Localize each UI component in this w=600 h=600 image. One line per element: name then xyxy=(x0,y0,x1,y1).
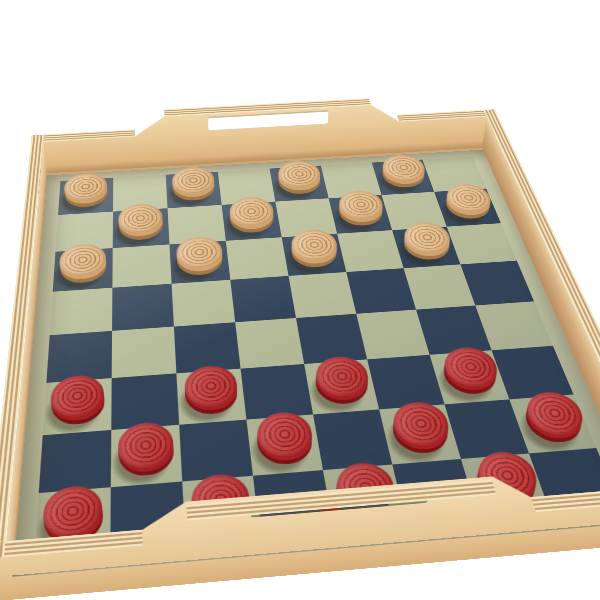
checker-red-c3[interactable] xyxy=(184,374,239,418)
square-c8[interactable] xyxy=(166,172,222,209)
checker-red-a3[interactable] xyxy=(50,384,104,429)
square-b6[interactable] xyxy=(112,244,171,287)
square-c6[interactable] xyxy=(169,241,230,284)
square-h8[interactable] xyxy=(422,157,486,192)
square-c7[interactable] xyxy=(168,205,226,245)
square-a6[interactable] xyxy=(53,248,113,292)
square-h6[interactable] xyxy=(447,223,517,264)
checker-red-g3[interactable] xyxy=(438,356,501,399)
checkers-tray xyxy=(13,148,600,577)
square-e7[interactable] xyxy=(275,198,337,237)
square-b7[interactable] xyxy=(113,208,170,248)
checker-red-f2[interactable] xyxy=(388,410,452,457)
checker-red-h2[interactable] xyxy=(518,400,586,446)
product-scene xyxy=(0,0,600,600)
square-e8[interactable] xyxy=(270,166,329,202)
square-h7[interactable] xyxy=(434,189,501,227)
checker-red-d2[interactable] xyxy=(254,421,314,469)
square-d6[interactable] xyxy=(226,237,289,280)
checker-red-e3[interactable] xyxy=(312,365,371,408)
square-d8[interactable] xyxy=(218,169,276,205)
checker-red-b2[interactable] xyxy=(118,431,174,480)
square-b8[interactable] xyxy=(113,175,168,212)
square-a8[interactable] xyxy=(58,178,113,215)
square-a7[interactable] xyxy=(55,212,113,252)
back-handle-slot xyxy=(208,110,328,131)
square-e6[interactable] xyxy=(282,234,347,276)
square-d7[interactable] xyxy=(222,202,282,241)
square-e5[interactable] xyxy=(289,272,357,318)
square-d5[interactable] xyxy=(230,276,296,322)
